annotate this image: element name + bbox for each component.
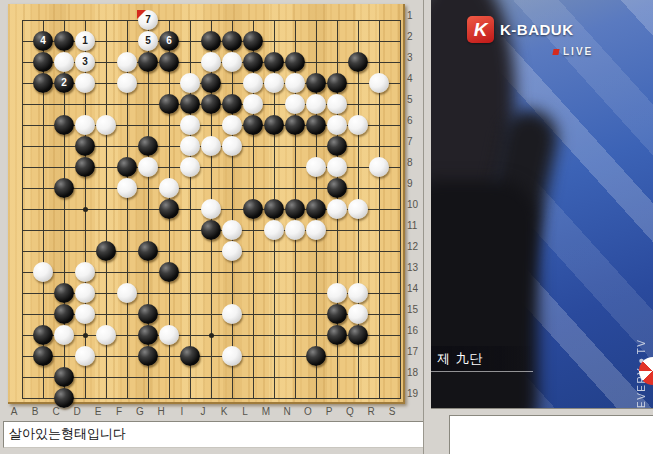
- white-stone-D13: [75, 262, 95, 282]
- white-stone-F3: [117, 52, 137, 72]
- white-stone-I4: [180, 73, 200, 93]
- black-stone-B4: [33, 73, 53, 93]
- white-stone-K12: [222, 241, 242, 261]
- black-stone-H13: [159, 262, 179, 282]
- board-panel: 7415632 ABCDEFGHIJKLMNOPQRS1234567891011…: [0, 0, 424, 454]
- black-stone-L2: [243, 31, 263, 51]
- black-stone-P15: [327, 304, 347, 324]
- black-stone-P9: [327, 178, 347, 198]
- white-stone-P10: [327, 199, 347, 219]
- black-stone-B17: [33, 346, 53, 366]
- coord-col-N: N: [277, 406, 297, 417]
- black-stone-P4: [327, 73, 347, 93]
- last-move-marker-icon: [137, 10, 146, 19]
- black-stone-P7: [327, 136, 347, 156]
- black-stone-N6: [285, 115, 305, 135]
- coord-col-P: P: [319, 406, 339, 417]
- move-number-label: 1: [75, 31, 95, 51]
- grid-line-v: [400, 20, 401, 399]
- move-number-label: 5: [138, 31, 158, 51]
- coord-col-Q: Q: [340, 406, 360, 417]
- kbaduk-logo-icon: K: [467, 16, 494, 43]
- white-stone-B13: [33, 262, 53, 282]
- black-stone-K2: [222, 31, 242, 51]
- white-stone-I6: [180, 115, 200, 135]
- comment-box: 살아있는형태입니다: [3, 421, 426, 448]
- white-stone-J10: [201, 199, 221, 219]
- black-stone-L6: [243, 115, 263, 135]
- black-stone-J2: [201, 31, 221, 51]
- coord-col-S: S: [382, 406, 402, 417]
- black-stone-O10: [306, 199, 326, 219]
- white-stone-O8: [306, 157, 326, 177]
- move-number-label: 3: [75, 52, 95, 72]
- black-stone-M6: [264, 115, 284, 135]
- black-stone-Q16: [348, 325, 368, 345]
- person-silhouette-lower: [431, 180, 538, 408]
- black-stone-C6: [54, 115, 74, 135]
- black-stone-C15: [54, 304, 74, 324]
- black-stone-C18: [54, 367, 74, 387]
- coord-col-M: M: [256, 406, 276, 417]
- white-stone-P6: [327, 115, 347, 135]
- coord-col-K: K: [214, 406, 234, 417]
- black-stone-C19: [54, 388, 74, 408]
- white-stone-F4: [117, 73, 137, 93]
- black-stone-C9: [54, 178, 74, 198]
- white-stone-M4: [264, 73, 284, 93]
- white-stone-Q6: [348, 115, 368, 135]
- white-stone-D17: [75, 346, 95, 366]
- white-stone-K17: [222, 346, 242, 366]
- coord-col-R: R: [361, 406, 381, 417]
- live-badge: LIVE: [553, 46, 593, 57]
- white-stone-I7: [180, 136, 200, 156]
- board-grid: 7415632: [22, 20, 401, 399]
- white-stone-E16: [96, 325, 116, 345]
- star-point: [83, 333, 88, 338]
- white-stone-P8: [327, 157, 347, 177]
- white-stone-H9: [159, 178, 179, 198]
- coord-col-D: D: [67, 406, 87, 417]
- white-stone-H16: [159, 325, 179, 345]
- coord-col-J: J: [193, 406, 213, 417]
- black-stone-K5: [222, 94, 242, 114]
- white-stone-N4: [285, 73, 305, 93]
- channel-name: K-BADUK: [500, 21, 574, 38]
- white-stone-G2: 5: [138, 31, 158, 51]
- white-stone-E6: [96, 115, 116, 135]
- coord-col-I: I: [172, 406, 192, 417]
- coord-col-F: F: [109, 406, 129, 417]
- white-stone-D15: [75, 304, 95, 324]
- white-stone-D6: [75, 115, 95, 135]
- black-stone-J5: [201, 94, 221, 114]
- black-stone-C4: 2: [54, 73, 74, 93]
- black-stone-G3: [138, 52, 158, 72]
- black-stone-L3: [243, 52, 263, 72]
- app-window: 7415632 ABCDEFGHIJKLMNOPQRS1234567891011…: [0, 0, 653, 454]
- grid-line-v: [232, 20, 233, 399]
- black-stone-C14: [54, 283, 74, 303]
- black-stone-N10: [285, 199, 305, 219]
- white-stone-P14: [327, 283, 347, 303]
- white-stone-F14: [117, 283, 137, 303]
- black-stone-D8: [75, 157, 95, 177]
- white-stone-R4: [369, 73, 389, 93]
- white-stone-K3: [222, 52, 242, 72]
- white-stone-O5: [306, 94, 326, 114]
- black-stone-I17: [180, 346, 200, 366]
- black-stone-G17: [138, 346, 158, 366]
- below-video-area: [431, 408, 653, 454]
- white-stone-N5: [285, 94, 305, 114]
- black-stone-H5: [159, 94, 179, 114]
- black-stone-H2: 6: [159, 31, 179, 51]
- black-stone-G16: [138, 325, 158, 345]
- grid-line-h: [22, 398, 401, 399]
- black-stone-H3: [159, 52, 179, 72]
- white-stone-I8: [180, 157, 200, 177]
- coord-col-C: C: [46, 406, 66, 417]
- white-stone-M11: [264, 220, 284, 240]
- star-point: [83, 207, 88, 212]
- coord-col-B: B: [25, 406, 45, 417]
- black-stone-Q3: [348, 52, 368, 72]
- white-stone-D14: [75, 283, 95, 303]
- coord-col-E: E: [88, 406, 108, 417]
- white-stone-F9: [117, 178, 137, 198]
- coord-col-G: G: [130, 406, 150, 417]
- grid-line-h: [22, 251, 401, 252]
- white-stone-C16: [54, 325, 74, 345]
- move-number-label: 2: [54, 73, 74, 93]
- black-stone-G12: [138, 241, 158, 261]
- black-stone-B2: 4: [33, 31, 53, 51]
- black-stone-B16: [33, 325, 53, 345]
- white-stone-Q14: [348, 283, 368, 303]
- move-number-label: 6: [159, 31, 179, 51]
- white-stone-Q10: [348, 199, 368, 219]
- coord-col-O: O: [298, 406, 318, 417]
- go-board[interactable]: 7415632: [8, 4, 405, 404]
- move-number-label: 4: [33, 31, 53, 51]
- coord-col-L: L: [235, 406, 255, 417]
- black-stone-M3: [264, 52, 284, 72]
- white-stone-C3: [54, 52, 74, 72]
- white-stone-R8: [369, 157, 389, 177]
- black-stone-G7: [138, 136, 158, 156]
- white-stone-Q15: [348, 304, 368, 324]
- black-stone-J11: [201, 220, 221, 240]
- white-stone-K6: [222, 115, 242, 135]
- white-stone-D4: [75, 73, 95, 93]
- grid-line-h: [22, 377, 401, 378]
- below-video-panel: [449, 415, 653, 454]
- white-stone-P5: [327, 94, 347, 114]
- black-stone-J4: [201, 73, 221, 93]
- white-stone-K15: [222, 304, 242, 324]
- broadcast-caption: 제 九단: [431, 346, 533, 372]
- white-stone-G8: [138, 157, 158, 177]
- black-stone-E12: [96, 241, 116, 261]
- white-stone-L4: [243, 73, 263, 93]
- black-stone-O4: [306, 73, 326, 93]
- black-stone-H10: [159, 199, 179, 219]
- white-stone-O11: [306, 220, 326, 240]
- black-stone-C2: [54, 31, 74, 51]
- white-stone-K7: [222, 136, 242, 156]
- black-stone-N3: [285, 52, 305, 72]
- white-stone-D2: 1: [75, 31, 95, 51]
- black-stone-O6: [306, 115, 326, 135]
- black-stone-O17: [306, 346, 326, 366]
- black-stone-M10: [264, 199, 284, 219]
- channel-logo: K K-BADUK LIVE: [467, 15, 627, 61]
- star-point: [209, 333, 214, 338]
- white-stone-D3: 3: [75, 52, 95, 72]
- black-stone-F8: [117, 157, 137, 177]
- coord-col-A: A: [4, 406, 24, 417]
- white-stone-L5: [243, 94, 263, 114]
- white-stone-K11: [222, 220, 242, 240]
- black-stone-B3: [33, 52, 53, 72]
- black-stone-L10: [243, 199, 263, 219]
- white-stone-J7: [201, 136, 221, 156]
- coord-col-H: H: [151, 406, 171, 417]
- black-stone-D7: [75, 136, 95, 156]
- white-stone-N11: [285, 220, 305, 240]
- black-stone-P16: [327, 325, 347, 345]
- white-stone-J3: [201, 52, 221, 72]
- video-feed: K K-BADUK LIVE 제 九단 EVERY●TV: [431, 0, 653, 408]
- comment-text: 살아있는형태입니다: [9, 426, 126, 441]
- black-stone-I5: [180, 94, 200, 114]
- black-stone-G15: [138, 304, 158, 324]
